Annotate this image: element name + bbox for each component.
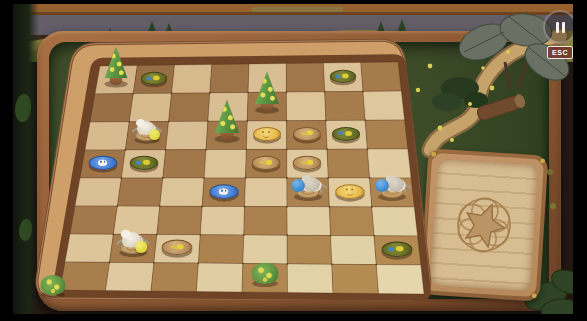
scene: ESC bbox=[13, 4, 573, 314]
square-r5c3[interactable] bbox=[160, 178, 204, 206]
square-r7c6[interactable] bbox=[287, 235, 332, 264]
square-r3c8[interactable] bbox=[365, 120, 408, 149]
square-r1c6[interactable] bbox=[286, 63, 324, 92]
square-r4c4[interactable] bbox=[204, 150, 246, 179]
square-r6c4[interactable] bbox=[200, 206, 244, 235]
square-r4c7[interactable] bbox=[327, 149, 370, 178]
square-r2c8[interactable] bbox=[363, 91, 405, 120]
square-r2c7[interactable] bbox=[325, 91, 366, 120]
pause-bars-icon bbox=[556, 22, 559, 33]
square-r3c1[interactable] bbox=[85, 122, 129, 150]
square-r4c3[interactable] bbox=[163, 150, 206, 178]
esc-key-badge: ESC bbox=[547, 46, 573, 59]
square-r7c7[interactable] bbox=[331, 236, 377, 265]
square-r5c5[interactable] bbox=[245, 178, 287, 207]
pause-button[interactable] bbox=[543, 10, 573, 44]
square-r7c4[interactable] bbox=[198, 235, 243, 264]
square-r6c3[interactable] bbox=[157, 206, 202, 235]
square-r8c4[interactable] bbox=[197, 263, 243, 292]
square-r6c8[interactable] bbox=[372, 207, 418, 236]
square-r6c6[interactable] bbox=[287, 207, 331, 236]
square-r6c7[interactable] bbox=[329, 207, 374, 236]
square-r8c7[interactable] bbox=[332, 264, 379, 293]
square-r5c2[interactable] bbox=[117, 178, 162, 206]
square-r7c1[interactable] bbox=[65, 234, 113, 262]
pause-bars-icon bbox=[562, 22, 565, 33]
square-r6c1[interactable] bbox=[70, 206, 117, 234]
square-r8c8[interactable] bbox=[376, 265, 424, 294]
square-r1c8[interactable] bbox=[361, 62, 402, 91]
square-r8c3[interactable] bbox=[151, 263, 198, 292]
square-r8c2[interactable] bbox=[106, 262, 154, 291]
square-r1c3[interactable] bbox=[172, 65, 212, 94]
square-r1c4[interactable] bbox=[210, 64, 249, 93]
square-r5c1[interactable] bbox=[75, 178, 121, 206]
square-r2c6[interactable] bbox=[286, 92, 326, 121]
pause-control: ESC bbox=[543, 10, 573, 59]
square-r8c1[interactable] bbox=[60, 262, 110, 291]
square-r6c5[interactable] bbox=[244, 207, 287, 236]
game-screenshot: ESC bbox=[0, 0, 587, 321]
square-r2c1[interactable] bbox=[90, 94, 133, 122]
square-r8c6[interactable] bbox=[287, 264, 333, 293]
square-r3c3[interactable] bbox=[166, 121, 208, 150]
square-r7c5[interactable] bbox=[243, 235, 287, 264]
square-r2c3[interactable] bbox=[169, 93, 210, 122]
